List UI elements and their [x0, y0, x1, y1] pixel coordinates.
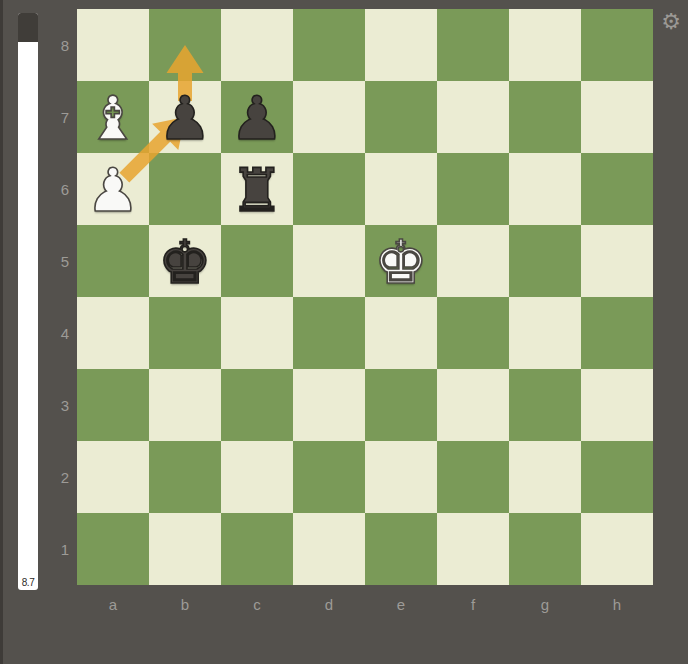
square-e4[interactable]	[365, 297, 437, 369]
square-e8[interactable]	[365, 9, 437, 81]
piece-black-king-b5[interactable]: ♚	[149, 225, 221, 297]
piece-white-king-e5[interactable]: ♚	[365, 225, 437, 297]
gear-icon: ⚙	[661, 9, 681, 34]
square-b1[interactable]	[149, 513, 221, 585]
analysis-board-page: 8.7 ♝♟♚♟♟♜♚ 87654321abcdefgh ⚙	[0, 0, 688, 664]
file-label-g: g	[509, 595, 581, 615]
square-g2[interactable]	[509, 441, 581, 513]
square-d2[interactable]	[293, 441, 365, 513]
square-d4[interactable]	[293, 297, 365, 369]
evaluation-bar-black-section	[18, 13, 38, 42]
square-h5[interactable]	[581, 225, 653, 297]
square-a5[interactable]	[77, 225, 149, 297]
square-b6[interactable]	[149, 153, 221, 225]
square-c5[interactable]	[221, 225, 293, 297]
square-h3[interactable]	[581, 369, 653, 441]
square-c1[interactable]	[221, 513, 293, 585]
settings-button[interactable]: ⚙	[657, 8, 685, 36]
square-e7[interactable]	[365, 81, 437, 153]
square-d7[interactable]	[293, 81, 365, 153]
rank-label-8: 8	[38, 9, 69, 81]
file-label-b: b	[149, 595, 221, 615]
piece-black-rook-c6[interactable]: ♜	[221, 153, 293, 225]
square-d6[interactable]	[293, 153, 365, 225]
evaluation-score: 8.7	[18, 577, 38, 588]
left-edge-strip	[0, 0, 3, 664]
square-f2[interactable]	[437, 441, 509, 513]
rank-label-4: 4	[38, 297, 69, 369]
square-a8[interactable]	[77, 9, 149, 81]
square-h4[interactable]	[581, 297, 653, 369]
square-g5[interactable]	[509, 225, 581, 297]
square-d5[interactable]	[293, 225, 365, 297]
file-label-a: a	[77, 595, 149, 615]
square-c4[interactable]	[221, 297, 293, 369]
square-d3[interactable]	[293, 369, 365, 441]
rank-label-5: 5	[38, 225, 69, 297]
piece-white-pawn-a6[interactable]: ♟	[77, 153, 149, 225]
square-f6[interactable]	[437, 153, 509, 225]
square-b3[interactable]	[149, 369, 221, 441]
square-e6[interactable]	[365, 153, 437, 225]
square-f1[interactable]	[437, 513, 509, 585]
rank-label-2: 2	[38, 441, 69, 513]
rank-label-1: 1	[38, 513, 69, 585]
square-g4[interactable]	[509, 297, 581, 369]
square-d8[interactable]	[293, 9, 365, 81]
square-g8[interactable]	[509, 9, 581, 81]
square-g7[interactable]	[509, 81, 581, 153]
square-g6[interactable]	[509, 153, 581, 225]
rank-label-7: 7	[38, 81, 69, 153]
square-a3[interactable]	[77, 369, 149, 441]
piece-black-pawn-c7[interactable]: ♟	[221, 81, 293, 153]
square-f5[interactable]	[437, 225, 509, 297]
square-f4[interactable]	[437, 297, 509, 369]
square-h1[interactable]	[581, 513, 653, 585]
square-h6[interactable]	[581, 153, 653, 225]
piece-black-pawn-b7[interactable]: ♟	[149, 81, 221, 153]
file-label-h: h	[581, 595, 653, 615]
square-b2[interactable]	[149, 441, 221, 513]
evaluation-bar: 8.7	[18, 13, 38, 590]
rank-label-3: 3	[38, 369, 69, 441]
file-label-e: e	[365, 595, 437, 615]
square-h2[interactable]	[581, 441, 653, 513]
square-g3[interactable]	[509, 369, 581, 441]
square-c3[interactable]	[221, 369, 293, 441]
square-g1[interactable]	[509, 513, 581, 585]
rank-label-6: 6	[38, 153, 69, 225]
square-f7[interactable]	[437, 81, 509, 153]
piece-white-bishop-a7[interactable]: ♝	[77, 81, 149, 153]
square-a1[interactable]	[77, 513, 149, 585]
file-label-f: f	[437, 595, 509, 615]
square-h8[interactable]	[581, 9, 653, 81]
square-a4[interactable]	[77, 297, 149, 369]
square-d1[interactable]	[293, 513, 365, 585]
square-c2[interactable]	[221, 441, 293, 513]
square-h7[interactable]	[581, 81, 653, 153]
file-label-c: c	[221, 595, 293, 615]
square-e2[interactable]	[365, 441, 437, 513]
square-c8[interactable]	[221, 9, 293, 81]
square-f8[interactable]	[437, 9, 509, 81]
square-f3[interactable]	[437, 369, 509, 441]
square-b8[interactable]	[149, 9, 221, 81]
file-label-d: d	[293, 595, 365, 615]
square-e1[interactable]	[365, 513, 437, 585]
square-e3[interactable]	[365, 369, 437, 441]
square-b4[interactable]	[149, 297, 221, 369]
square-a2[interactable]	[77, 441, 149, 513]
